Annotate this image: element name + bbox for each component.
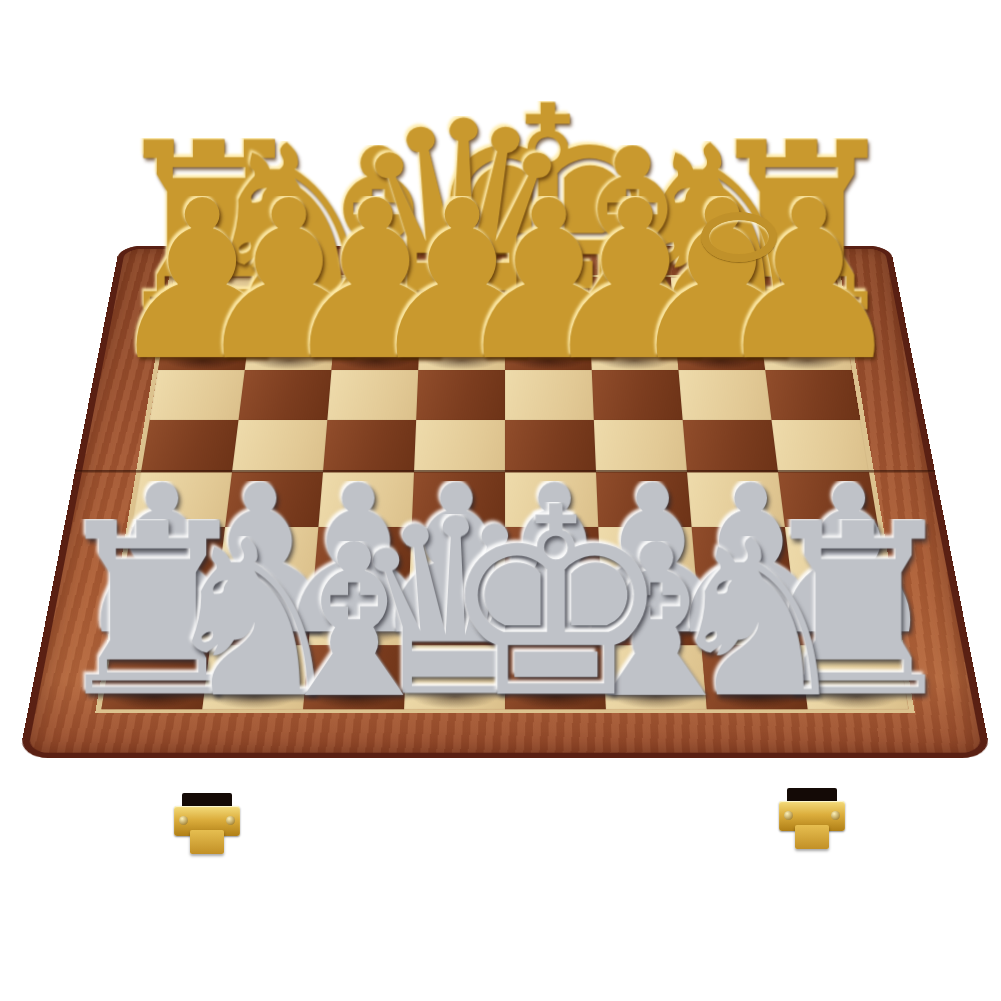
square-c6[interactable] <box>327 370 418 420</box>
square-f6[interactable] <box>592 370 683 420</box>
piece-white-king-e1[interactable]: ♚ <box>439 502 672 705</box>
board-scene: ♜♞♝♛♚♝♞♜♟♟♟♟♟♟♟♟♟♟♟♟♟♟♟♟♜♞♝♛♚♝♞♜ <box>0 0 1001 1001</box>
chess-board: ♜♞♝♛♚♝♞♜♟♟♟♟♟♟♟♟♟♟♟♟♟♟♟♟♜♞♝♛♚♝♞♜ <box>19 246 992 758</box>
latch-right <box>779 801 845 831</box>
square-c1[interactable]: ♝ <box>303 645 407 709</box>
latch-screw-icon <box>226 816 235 825</box>
latch-tongue <box>190 830 224 854</box>
latch-left <box>174 806 240 836</box>
square-d6[interactable] <box>416 370 505 420</box>
chess-set-photo: ♜♞♝♛♚♝♞♜♟♟♟♟♟♟♟♟♟♟♟♟♟♟♟♟♜♞♝♛♚♝♞♜ <box>0 0 1001 1001</box>
square-h6[interactable] <box>765 370 860 420</box>
square-g6[interactable] <box>678 370 771 420</box>
piece-white-bishop-c1[interactable]: ♝ <box>260 541 449 705</box>
latch-tongue <box>795 825 829 849</box>
latch-screw-icon <box>831 811 840 820</box>
square-b6[interactable] <box>239 370 332 420</box>
square-e6[interactable] <box>505 370 594 420</box>
handle-ring-icon <box>701 212 777 262</box>
square-h7[interactable]: ♟ <box>759 323 852 370</box>
square-e1[interactable]: ♚ <box>505 645 606 709</box>
latch-screw-icon <box>179 816 188 825</box>
square-a6[interactable] <box>150 370 245 420</box>
board-frame: ♜♞♝♛♚♝♞♜♟♟♟♟♟♟♟♟♟♟♟♟♟♟♟♟♜♞♝♛♚♝♞♜ <box>19 246 992 758</box>
board-grid: ♜♞♝♛♚♝♞♜♟♟♟♟♟♟♟♟♟♟♟♟♟♟♟♟♜♞♝♛♚♝♞♜ <box>95 275 915 713</box>
latch-screw-icon <box>784 811 793 820</box>
